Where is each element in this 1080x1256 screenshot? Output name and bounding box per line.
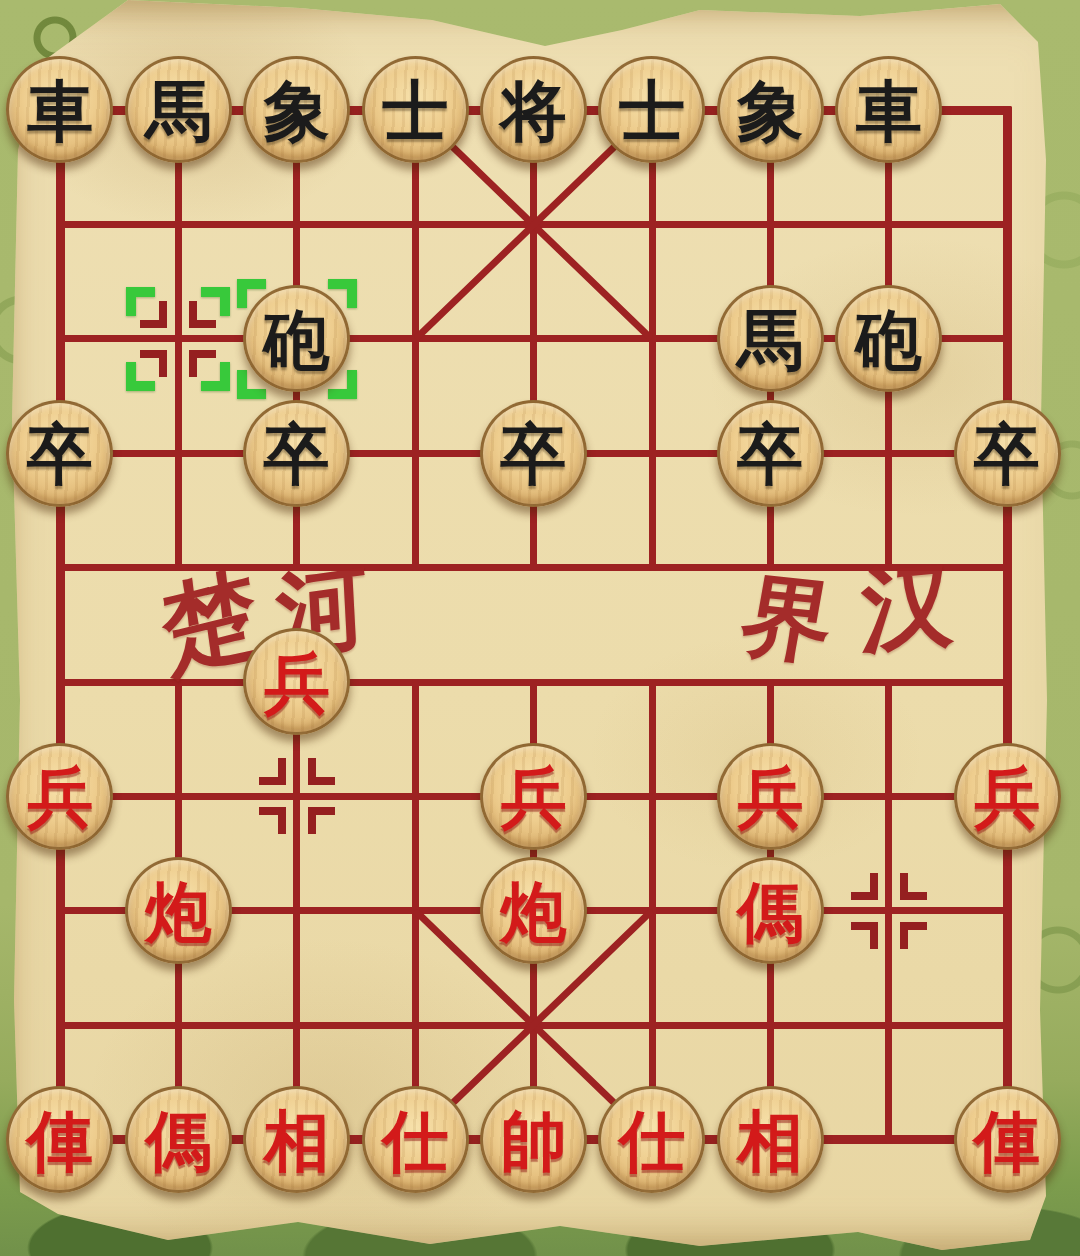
board-point: 卒 [1,396,119,510]
piece-glyph: 砲 [264,307,330,373]
board-point: 兵 [711,739,829,853]
piece-glyph: 兵 [264,650,330,716]
piece-black-chariot[interactable]: 車 [835,56,942,163]
board-point: 相 [711,1082,829,1196]
board-point: 俥 [948,1082,1066,1196]
piece-black-horse[interactable]: 馬 [717,285,824,392]
piece-black-chariot[interactable]: 車 [6,56,113,163]
piece-red-soldier[interactable]: 兵 [6,743,113,850]
board-point: 相 [238,1082,356,1196]
board-point: 馬 [711,282,829,396]
piece-red-advisor[interactable]: 仕 [362,1086,469,1193]
board-point: 象 [711,53,829,167]
piece-black-soldier[interactable]: 卒 [6,400,113,507]
piece-glyph: 車 [856,78,922,144]
board-point: 帥 [474,1082,592,1196]
board-point: 傌 [119,1082,237,1196]
board-point: 傌 [711,854,829,968]
board-point: 兵 [1,739,119,853]
piece-red-elephant[interactable]: 相 [243,1086,350,1193]
piece-black-elephant[interactable]: 象 [717,56,824,163]
piece-black-cannon[interactable]: 砲 [243,285,350,392]
board-point: 卒 [474,396,592,510]
piece-glyph: 兵 [974,764,1040,830]
piece-red-soldier[interactable]: 兵 [480,743,587,850]
piece-black-horse[interactable]: 馬 [125,56,232,163]
board-point: 士 [593,53,711,167]
piece-glyph: 兵 [27,764,93,830]
piece-glyph: 炮 [145,879,211,945]
piece-glyph: 仕 [619,1108,685,1174]
board-point: 仕 [593,1082,711,1196]
piece-glyph: 傌 [145,1108,211,1174]
board-point: 象 [238,53,356,167]
board-point: 炮 [119,854,237,968]
piece-glyph: 卒 [27,421,93,487]
piece-red-cannon[interactable]: 炮 [480,857,587,964]
board-point: 将 [474,53,592,167]
piece-glyph: 兵 [737,764,803,830]
board-point: 俥 [1,1082,119,1196]
piece-black-soldier[interactable]: 卒 [243,400,350,507]
piece-glyph: 仕 [382,1108,448,1174]
piece-glyph: 士 [619,78,685,144]
piece-glyph: 象 [264,78,330,144]
piece-black-soldier[interactable]: 卒 [954,400,1061,507]
board-point: 砲 [830,282,948,396]
xiangqi-app-screen: 楚 河 界 汉 車馬象士将士象車砲馬砲卒卒卒卒卒兵兵兵兵兵炮炮傌俥傌相仕帥仕相俥 [0,0,1080,1256]
piece-glyph: 卒 [974,421,1040,487]
board-point: 砲 [238,282,356,396]
piece-glyph: 俥 [27,1108,93,1174]
piece-red-elephant[interactable]: 相 [717,1086,824,1193]
board-point: 兵 [238,625,356,739]
piece-black-soldier[interactable]: 卒 [717,400,824,507]
board-point: 卒 [948,396,1066,510]
board-point: 卒 [238,396,356,510]
piece-glyph: 帥 [501,1108,567,1174]
piece-red-advisor[interactable]: 仕 [598,1086,705,1193]
board-point: 士 [356,53,474,167]
piece-glyph: 相 [264,1108,330,1174]
piece-red-cannon[interactable]: 炮 [125,857,232,964]
board-point: 仕 [356,1082,474,1196]
board-point: 馬 [119,53,237,167]
piece-red-horse[interactable]: 傌 [125,1086,232,1193]
board-point: 兵 [948,739,1066,853]
piece-glyph: 将 [501,78,567,144]
board-point: 卒 [711,396,829,510]
piece-glyph: 傌 [737,879,803,945]
piece-glyph: 卒 [737,421,803,487]
piece-glyph: 相 [737,1108,803,1174]
piece-red-chariot[interactable]: 俥 [6,1086,113,1193]
piece-black-advisor[interactable]: 士 [362,56,469,163]
piece-glyph: 俥 [974,1108,1040,1174]
piece-red-soldier[interactable]: 兵 [243,628,350,735]
piece-red-soldier[interactable]: 兵 [717,743,824,850]
board-point: 炮 [474,854,592,968]
piece-black-advisor[interactable]: 士 [598,56,705,163]
piece-glyph: 炮 [501,879,567,945]
piece-glyph: 砲 [856,307,922,373]
xiangqi-board[interactable]: 車馬象士将士象車砲馬砲卒卒卒卒卒兵兵兵兵兵炮炮傌俥傌相仕帥仕相俥 [1,53,1067,1197]
piece-red-soldier[interactable]: 兵 [954,743,1061,850]
board-point: 兵 [474,739,592,853]
piece-glyph: 馬 [145,78,211,144]
piece-black-elephant[interactable]: 象 [243,56,350,163]
piece-glyph: 士 [382,78,448,144]
piece-black-soldier[interactable]: 卒 [480,400,587,507]
piece-black-general[interactable]: 将 [480,56,587,163]
piece-glyph: 兵 [501,764,567,830]
piece-glyph: 馬 [737,307,803,373]
piece-red-general[interactable]: 帥 [480,1086,587,1193]
board-point: 車 [1,53,119,167]
piece-black-cannon[interactable]: 砲 [835,285,942,392]
piece-glyph: 卒 [264,421,330,487]
board-point: 車 [830,53,948,167]
piece-glyph: 卒 [501,421,567,487]
piece-glyph: 象 [737,78,803,144]
piece-glyph: 車 [27,78,93,144]
piece-red-horse[interactable]: 傌 [717,857,824,964]
piece-red-chariot[interactable]: 俥 [954,1086,1061,1193]
